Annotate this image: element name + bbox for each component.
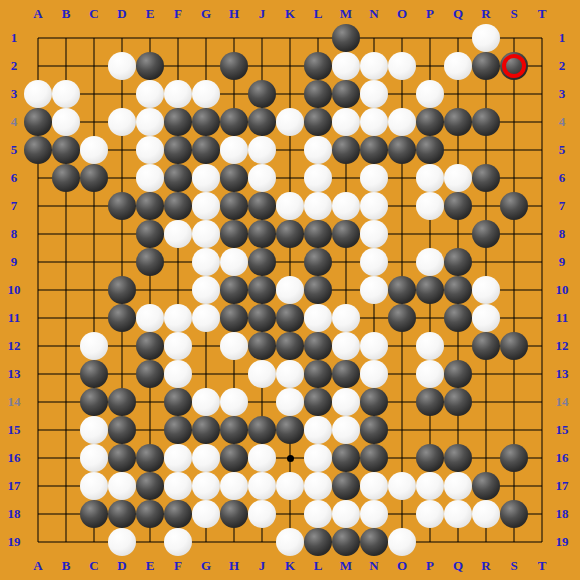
white-stone-P9 <box>416 248 444 276</box>
black-stone-E17 <box>136 472 164 500</box>
black-stone-F5 <box>164 136 192 164</box>
white-stone-G16 <box>192 444 220 472</box>
white-stone-F17 <box>164 472 192 500</box>
white-stone-F19 <box>164 528 192 556</box>
white-stone-D2 <box>108 52 136 80</box>
white-stone-J13 <box>248 360 276 388</box>
coordinate-label: 4 <box>548 108 576 136</box>
black-stone-A4 <box>24 108 52 136</box>
black-stone-H8 <box>220 220 248 248</box>
black-stone-C6 <box>80 164 108 192</box>
white-stone-N4 <box>360 108 388 136</box>
white-stone-N7 <box>360 192 388 220</box>
black-stone-P5 <box>416 136 444 164</box>
black-stone-Q9 <box>444 248 472 276</box>
black-stone-L13 <box>304 360 332 388</box>
white-stone-N13 <box>360 360 388 388</box>
coordinate-label: 12 <box>548 332 576 360</box>
white-stone-L15 <box>304 416 332 444</box>
white-stone-G18 <box>192 500 220 528</box>
coordinate-label: E <box>136 552 164 580</box>
black-stone-N15 <box>360 416 388 444</box>
black-stone-E13 <box>136 360 164 388</box>
coordinate-label: O <box>388 552 416 580</box>
white-stone-E4 <box>136 108 164 136</box>
white-stone-L7 <box>304 192 332 220</box>
black-stone-K11 <box>276 304 304 332</box>
white-stone-E11 <box>136 304 164 332</box>
black-stone-N19 <box>360 528 388 556</box>
coordinate-label: F <box>164 552 192 580</box>
coordinate-label: 17 <box>548 472 576 500</box>
white-stone-G9 <box>192 248 220 276</box>
white-stone-M14 <box>332 388 360 416</box>
black-stone-S18 <box>500 500 528 528</box>
white-stone-M4 <box>332 108 360 136</box>
white-stone-K4 <box>276 108 304 136</box>
black-stone-L19 <box>304 528 332 556</box>
white-stone-P7 <box>416 192 444 220</box>
white-stone-P13 <box>416 360 444 388</box>
white-stone-C5 <box>80 136 108 164</box>
white-stone-K10 <box>276 276 304 304</box>
white-stone-F3 <box>164 80 192 108</box>
white-stone-F8 <box>164 220 192 248</box>
black-stone-K15 <box>276 416 304 444</box>
black-stone-M19 <box>332 528 360 556</box>
white-stone-G10 <box>192 276 220 304</box>
white-stone-P17 <box>416 472 444 500</box>
coordinate-label: E <box>136 0 164 28</box>
coordinate-label: 16 <box>0 444 28 472</box>
white-stone-M12 <box>332 332 360 360</box>
coordinate-label: 2 <box>0 52 28 80</box>
coordinate-label: 1 <box>0 24 28 52</box>
black-stone-O5 <box>388 136 416 164</box>
black-stone-H18 <box>220 500 248 528</box>
white-stone-P12 <box>416 332 444 360</box>
go-board[interactable]: ABCDEFGHJKLMNOPQRST ABCDEFGHJKLMNOPQRST … <box>0 0 580 580</box>
white-stone-K14 <box>276 388 304 416</box>
black-stone-P10 <box>416 276 444 304</box>
coordinate-label: 11 <box>548 304 576 332</box>
white-stone-B4 <box>52 108 80 136</box>
black-stone-M3 <box>332 80 360 108</box>
black-stone-R2 <box>472 52 500 80</box>
white-stone-F13 <box>164 360 192 388</box>
black-stone-D15 <box>108 416 136 444</box>
white-stone-L5 <box>304 136 332 164</box>
black-stone-J9 <box>248 248 276 276</box>
black-stone-J7 <box>248 192 276 220</box>
black-stone-L14 <box>304 388 332 416</box>
white-stone-H5 <box>220 136 248 164</box>
coordinate-label: Q <box>444 552 472 580</box>
coordinate-label: S <box>500 552 528 580</box>
black-stone-O10 <box>388 276 416 304</box>
coordinate-label: 7 <box>0 192 28 220</box>
coordinate-label: P <box>416 552 444 580</box>
black-stone-F15 <box>164 416 192 444</box>
coordinate-label: 19 <box>548 528 576 556</box>
coordinate-label: 5 <box>548 136 576 164</box>
black-stone-J8 <box>248 220 276 248</box>
black-stone-L12 <box>304 332 332 360</box>
coordinate-label: Q <box>444 0 472 28</box>
white-stone-J18 <box>248 500 276 528</box>
black-stone-N16 <box>360 444 388 472</box>
black-stone-G4 <box>192 108 220 136</box>
black-stone-H11 <box>220 304 248 332</box>
black-stone-M5 <box>332 136 360 164</box>
white-stone-N10 <box>360 276 388 304</box>
black-stone-F14 <box>164 388 192 416</box>
white-stone-C12 <box>80 332 108 360</box>
white-stone-R1 <box>472 24 500 52</box>
white-stone-H12 <box>220 332 248 360</box>
coordinate-label: 6 <box>0 164 28 192</box>
coordinate-label: 7 <box>548 192 576 220</box>
black-stone-D14 <box>108 388 136 416</box>
black-stone-H2 <box>220 52 248 80</box>
black-stone-J15 <box>248 416 276 444</box>
black-stone-Q4 <box>444 108 472 136</box>
coordinate-label: 19 <box>0 528 28 556</box>
white-stone-L16 <box>304 444 332 472</box>
white-stone-M2 <box>332 52 360 80</box>
coordinate-label: 16 <box>548 444 576 472</box>
white-stone-Q18 <box>444 500 472 528</box>
black-stone-H6 <box>220 164 248 192</box>
black-stone-D11 <box>108 304 136 332</box>
black-stone-M1 <box>332 24 360 52</box>
white-stone-G7 <box>192 192 220 220</box>
white-stone-R11 <box>472 304 500 332</box>
white-stone-G17 <box>192 472 220 500</box>
black-stone-Q13 <box>444 360 472 388</box>
coordinate-label: B <box>52 0 80 28</box>
white-stone-J16 <box>248 444 276 472</box>
coordinate-label: C <box>80 0 108 28</box>
black-stone-E7 <box>136 192 164 220</box>
last-move-marker <box>502 54 526 78</box>
white-stone-M15 <box>332 416 360 444</box>
white-stone-P6 <box>416 164 444 192</box>
black-stone-Q11 <box>444 304 472 332</box>
coordinate-label: 11 <box>0 304 28 332</box>
coordinate-label: M <box>332 552 360 580</box>
white-stone-H14 <box>220 388 248 416</box>
white-stone-C17 <box>80 472 108 500</box>
black-stone-J4 <box>248 108 276 136</box>
black-stone-P16 <box>416 444 444 472</box>
white-stone-H9 <box>220 248 248 276</box>
black-stone-N5 <box>360 136 388 164</box>
coordinate-label: 10 <box>548 276 576 304</box>
white-stone-F11 <box>164 304 192 332</box>
white-stone-N9 <box>360 248 388 276</box>
coordinate-label: C <box>80 552 108 580</box>
black-stone-M13 <box>332 360 360 388</box>
black-stone-B6 <box>52 164 80 192</box>
black-stone-J12 <box>248 332 276 360</box>
coordinate-label: 9 <box>548 248 576 276</box>
white-stone-N17 <box>360 472 388 500</box>
black-stone-H16 <box>220 444 248 472</box>
black-stone-B5 <box>52 136 80 164</box>
white-stone-N8 <box>360 220 388 248</box>
black-stone-L4 <box>304 108 332 136</box>
white-stone-O2 <box>388 52 416 80</box>
black-stone-A5 <box>24 136 52 164</box>
black-stone-R6 <box>472 164 500 192</box>
black-stone-R8 <box>472 220 500 248</box>
coordinate-label: H <box>220 0 248 28</box>
black-stone-H10 <box>220 276 248 304</box>
coordinate-label: 13 <box>548 360 576 388</box>
black-stone-E9 <box>136 248 164 276</box>
black-stone-L9 <box>304 248 332 276</box>
coordinate-label: 2 <box>548 52 576 80</box>
black-stone-K12 <box>276 332 304 360</box>
white-stone-K7 <box>276 192 304 220</box>
black-stone-S7 <box>500 192 528 220</box>
coordinate-label: D <box>108 0 136 28</box>
white-stone-F12 <box>164 332 192 360</box>
coordinate-label: N <box>360 552 388 580</box>
coordinate-label: G <box>192 0 220 28</box>
black-stone-Q14 <box>444 388 472 416</box>
white-stone-O4 <box>388 108 416 136</box>
black-stone-C13 <box>80 360 108 388</box>
black-stone-E2 <box>136 52 164 80</box>
black-stone-L10 <box>304 276 332 304</box>
black-stone-S12 <box>500 332 528 360</box>
black-stone-J11 <box>248 304 276 332</box>
white-stone-P18 <box>416 500 444 528</box>
black-stone-L3 <box>304 80 332 108</box>
coordinate-label: F <box>164 0 192 28</box>
black-stone-E8 <box>136 220 164 248</box>
coordinate-label: 15 <box>548 416 576 444</box>
coordinate-label: A <box>24 0 52 28</box>
white-stone-P3 <box>416 80 444 108</box>
white-stone-R10 <box>472 276 500 304</box>
black-stone-Q7 <box>444 192 472 220</box>
white-stone-E3 <box>136 80 164 108</box>
coordinate-label: P <box>416 0 444 28</box>
white-stone-N18 <box>360 500 388 528</box>
white-stone-F16 <box>164 444 192 472</box>
coordinate-label: 6 <box>548 164 576 192</box>
black-stone-N14 <box>360 388 388 416</box>
coordinate-label: 18 <box>0 500 28 528</box>
coordinate-label: K <box>276 0 304 28</box>
black-stone-M17 <box>332 472 360 500</box>
black-stone-S16 <box>500 444 528 472</box>
black-stone-R12 <box>472 332 500 360</box>
coordinate-label: R <box>472 552 500 580</box>
coordinate-label: J <box>248 552 276 580</box>
black-stone-P4 <box>416 108 444 136</box>
black-stone-C14 <box>80 388 108 416</box>
white-stone-M18 <box>332 500 360 528</box>
white-stone-G6 <box>192 164 220 192</box>
white-stone-R18 <box>472 500 500 528</box>
black-stone-O11 <box>388 304 416 332</box>
coordinate-label: L <box>304 552 332 580</box>
white-stone-O17 <box>388 472 416 500</box>
black-stone-C18 <box>80 500 108 528</box>
white-stone-A3 <box>24 80 52 108</box>
white-stone-L18 <box>304 500 332 528</box>
white-stone-M7 <box>332 192 360 220</box>
white-stone-C16 <box>80 444 108 472</box>
white-stone-Q6 <box>444 164 472 192</box>
black-stone-Q16 <box>444 444 472 472</box>
black-stone-D18 <box>108 500 136 528</box>
coordinate-label: S <box>500 0 528 28</box>
black-stone-K8 <box>276 220 304 248</box>
coordinate-label: A <box>24 552 52 580</box>
white-stone-D17 <box>108 472 136 500</box>
black-stone-R4 <box>472 108 500 136</box>
black-stone-G5 <box>192 136 220 164</box>
white-stone-G3 <box>192 80 220 108</box>
black-stone-L8 <box>304 220 332 248</box>
black-stone-M16 <box>332 444 360 472</box>
white-stone-D4 <box>108 108 136 136</box>
black-stone-J3 <box>248 80 276 108</box>
star-point <box>287 455 294 462</box>
black-stone-P14 <box>416 388 444 416</box>
black-stone-J10 <box>248 276 276 304</box>
black-stone-F4 <box>164 108 192 136</box>
black-stone-F7 <box>164 192 192 220</box>
black-stone-F18 <box>164 500 192 528</box>
white-stone-L11 <box>304 304 332 332</box>
white-stone-E6 <box>136 164 164 192</box>
black-stone-D16 <box>108 444 136 472</box>
white-stone-C15 <box>80 416 108 444</box>
white-stone-N12 <box>360 332 388 360</box>
white-stone-N3 <box>360 80 388 108</box>
white-stone-J5 <box>248 136 276 164</box>
black-stone-G15 <box>192 416 220 444</box>
black-stone-H15 <box>220 416 248 444</box>
coordinate-label: D <box>108 552 136 580</box>
black-stone-H7 <box>220 192 248 220</box>
white-stone-N2 <box>360 52 388 80</box>
coordinate-label: K <box>276 552 304 580</box>
black-stone-M8 <box>332 220 360 248</box>
white-stone-G8 <box>192 220 220 248</box>
white-stone-L6 <box>304 164 332 192</box>
black-stone-F6 <box>164 164 192 192</box>
white-stone-J6 <box>248 164 276 192</box>
white-stone-G11 <box>192 304 220 332</box>
white-stone-K13 <box>276 360 304 388</box>
coordinate-label: N <box>360 0 388 28</box>
coordinate-label: J <box>248 0 276 28</box>
black-stone-E16 <box>136 444 164 472</box>
white-stone-K19 <box>276 528 304 556</box>
white-stone-H17 <box>220 472 248 500</box>
white-stone-L17 <box>304 472 332 500</box>
black-stone-D7 <box>108 192 136 220</box>
white-stone-K17 <box>276 472 304 500</box>
white-stone-M11 <box>332 304 360 332</box>
black-stone-H4 <box>220 108 248 136</box>
white-stone-G14 <box>192 388 220 416</box>
coordinate-label: 9 <box>0 248 28 276</box>
coordinate-label: 18 <box>548 500 576 528</box>
coordinate-label: 3 <box>548 80 576 108</box>
white-stone-E5 <box>136 136 164 164</box>
black-stone-R17 <box>472 472 500 500</box>
white-stone-Q2 <box>444 52 472 80</box>
black-stone-L2 <box>304 52 332 80</box>
coordinate-label: 17 <box>0 472 28 500</box>
coordinate-label: T <box>528 552 556 580</box>
white-stone-J17 <box>248 472 276 500</box>
black-stone-D10 <box>108 276 136 304</box>
coordinate-label: 1 <box>548 24 576 52</box>
coordinate-label: 8 <box>548 220 576 248</box>
white-stone-Q17 <box>444 472 472 500</box>
coordinate-label: 14 <box>0 388 28 416</box>
coordinate-label: 13 <box>0 360 28 388</box>
white-stone-D19 <box>108 528 136 556</box>
black-stone-Q10 <box>444 276 472 304</box>
coordinate-label: 8 <box>0 220 28 248</box>
coordinate-label: G <box>192 552 220 580</box>
black-stone-E12 <box>136 332 164 360</box>
coordinate-label: 15 <box>0 416 28 444</box>
white-stone-O19 <box>388 528 416 556</box>
black-stone-E18 <box>136 500 164 528</box>
coordinate-label: B <box>52 552 80 580</box>
coordinate-label: O <box>388 0 416 28</box>
coordinate-label: 12 <box>0 332 28 360</box>
coordinate-label: 10 <box>0 276 28 304</box>
coordinate-label: 14 <box>548 388 576 416</box>
coordinate-label: H <box>220 552 248 580</box>
white-stone-N6 <box>360 164 388 192</box>
coordinate-label: L <box>304 0 332 28</box>
white-stone-B3 <box>52 80 80 108</box>
